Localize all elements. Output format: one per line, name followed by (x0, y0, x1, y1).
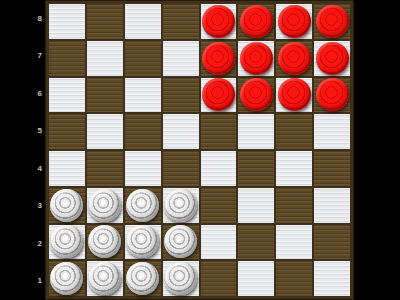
rank-label-2: 2 (28, 240, 44, 248)
square-f8[interactable] (238, 4, 274, 39)
red-piece-g7[interactable] (278, 42, 311, 75)
white-piece-a2[interactable] (50, 225, 83, 258)
square-a4[interactable] (49, 151, 85, 186)
red-piece-e6[interactable] (202, 78, 235, 111)
square-h8[interactable] (314, 4, 350, 39)
square-c4[interactable] (125, 151, 161, 186)
red-piece-f8[interactable] (240, 5, 273, 38)
rank-label-8: 8 (28, 15, 44, 23)
red-piece-e7[interactable] (202, 42, 235, 75)
red-piece-f7[interactable] (240, 42, 273, 75)
square-h7[interactable] (314, 41, 350, 76)
square-g4[interactable] (276, 151, 312, 186)
square-d2[interactable] (163, 225, 199, 260)
rank-label-5: 5 (28, 127, 44, 135)
rank-label-7: 7 (28, 52, 44, 60)
square-b2[interactable] (87, 225, 123, 260)
square-f5[interactable] (238, 114, 274, 149)
square-d8[interactable] (163, 4, 199, 39)
square-g6[interactable] (276, 78, 312, 113)
square-c6[interactable] (125, 78, 161, 113)
red-piece-f6[interactable] (240, 78, 273, 111)
red-piece-e8[interactable] (202, 5, 235, 38)
square-a5[interactable] (49, 114, 85, 149)
checkers-board (46, 1, 353, 299)
red-piece-h8[interactable] (316, 5, 349, 38)
square-e2[interactable] (201, 225, 237, 260)
square-d3[interactable] (163, 188, 199, 223)
square-e1[interactable] (201, 261, 237, 296)
square-a3[interactable] (49, 188, 85, 223)
square-d4[interactable] (163, 151, 199, 186)
square-a6[interactable] (49, 78, 85, 113)
square-f3[interactable] (238, 188, 274, 223)
square-f4[interactable] (238, 151, 274, 186)
square-b5[interactable] (87, 114, 123, 149)
rank-label-3: 3 (28, 202, 44, 210)
square-g2[interactable] (276, 225, 312, 260)
square-h6[interactable] (314, 78, 350, 113)
square-h5[interactable] (314, 114, 350, 149)
square-d1[interactable] (163, 261, 199, 296)
square-f7[interactable] (238, 41, 274, 76)
square-b3[interactable] (87, 188, 123, 223)
square-a8[interactable] (49, 4, 85, 39)
square-c7[interactable] (125, 41, 161, 76)
rank-label-1: 1 (28, 277, 44, 285)
square-d7[interactable] (163, 41, 199, 76)
square-a1[interactable] (49, 261, 85, 296)
red-piece-h6[interactable] (316, 78, 349, 111)
game-stage: 87654321 (0, 0, 400, 300)
rank-labels-column: 87654321 (28, 0, 44, 300)
square-c3[interactable] (125, 188, 161, 223)
rank-label-6: 6 (28, 90, 44, 98)
red-piece-h7[interactable] (316, 42, 349, 75)
red-piece-g6[interactable] (278, 78, 311, 111)
square-h3[interactable] (314, 188, 350, 223)
white-piece-c1[interactable] (126, 262, 159, 295)
square-a7[interactable] (49, 41, 85, 76)
square-e6[interactable] (201, 78, 237, 113)
square-d5[interactable] (163, 114, 199, 149)
square-a2[interactable] (49, 225, 85, 260)
red-piece-g8[interactable] (278, 5, 311, 38)
white-piece-d2[interactable] (164, 225, 197, 258)
square-e3[interactable] (201, 188, 237, 223)
square-b6[interactable] (87, 78, 123, 113)
square-e5[interactable] (201, 114, 237, 149)
square-e8[interactable] (201, 4, 237, 39)
square-h1[interactable] (314, 261, 350, 296)
rank-label-4: 4 (28, 165, 44, 173)
square-b4[interactable] (87, 151, 123, 186)
square-h4[interactable] (314, 151, 350, 186)
white-piece-a3[interactable] (50, 189, 83, 222)
square-e4[interactable] (201, 151, 237, 186)
square-c8[interactable] (125, 4, 161, 39)
square-b1[interactable] (87, 261, 123, 296)
square-f2[interactable] (238, 225, 274, 260)
square-c1[interactable] (125, 261, 161, 296)
white-piece-b2[interactable] (88, 225, 121, 258)
square-e7[interactable] (201, 41, 237, 76)
square-g1[interactable] (276, 261, 312, 296)
square-b7[interactable] (87, 41, 123, 76)
square-g3[interactable] (276, 188, 312, 223)
square-c2[interactable] (125, 225, 161, 260)
square-g8[interactable] (276, 4, 312, 39)
square-c5[interactable] (125, 114, 161, 149)
square-f1[interactable] (238, 261, 274, 296)
white-piece-d1[interactable] (164, 262, 197, 295)
white-piece-b3[interactable] (88, 189, 121, 222)
square-d6[interactable] (163, 78, 199, 113)
white-piece-c3[interactable] (126, 189, 159, 222)
white-piece-d3[interactable] (164, 189, 197, 222)
white-piece-b1[interactable] (88, 262, 121, 295)
square-g5[interactable] (276, 114, 312, 149)
square-h2[interactable] (314, 225, 350, 260)
square-b8[interactable] (87, 4, 123, 39)
square-g7[interactable] (276, 41, 312, 76)
white-piece-a1[interactable] (50, 262, 83, 295)
white-piece-c2[interactable] (126, 225, 159, 258)
square-f6[interactable] (238, 78, 274, 113)
board-grid (49, 4, 350, 296)
